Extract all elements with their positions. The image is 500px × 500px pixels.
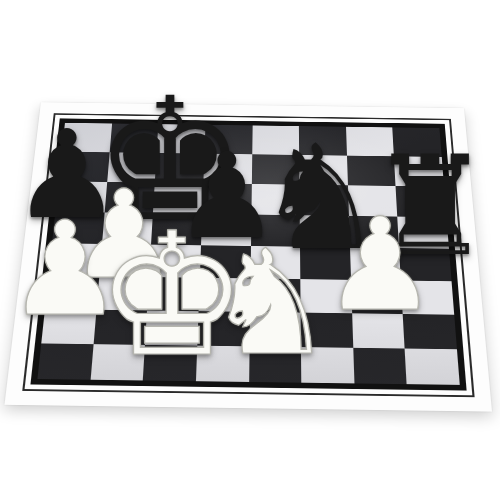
square-a1[interactable] bbox=[37, 343, 93, 379]
square-g1[interactable] bbox=[353, 348, 407, 384]
square-h1[interactable] bbox=[405, 349, 460, 385]
piece-white-pawn[interactable]: ♟ bbox=[323, 201, 438, 329]
chessboard-photo: ♟♚♟♞♜♟♟♟♚♞ bbox=[0, 0, 500, 500]
piece-white-knight[interactable]: ♞ bbox=[205, 230, 335, 375]
